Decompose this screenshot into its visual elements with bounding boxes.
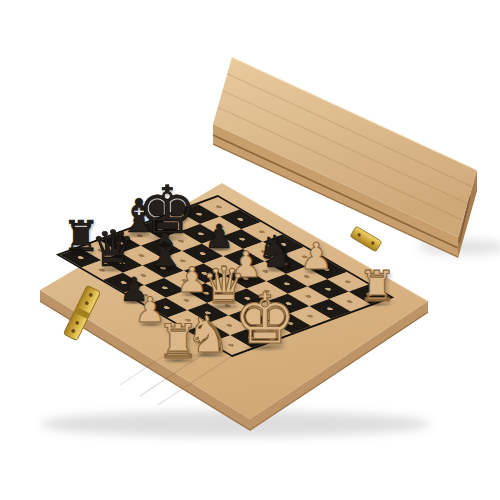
chess-piece-white-rook[interactable]: ♜ <box>157 318 199 365</box>
chess-piece-white-rook[interactable]: ♜ <box>358 266 396 308</box>
chess-piece-white-pawn[interactable]: ♟ <box>299 238 332 275</box>
chess-piece-black-knight[interactable]: ♞ <box>256 230 295 274</box>
chess-piece-white-king[interactable]: ♚ <box>234 284 297 354</box>
chess-piece-black-queen[interactable]: ♛ <box>91 224 136 274</box>
chess-set-photo: ♜♛♝♚♝♟♟♞♟♜♞♟♛♟♚♟♜ <box>0 0 500 500</box>
pieces-layer: ♜♛♝♚♝♟♟♞♟♜♞♟♛♟♚♟♜ <box>0 0 500 500</box>
